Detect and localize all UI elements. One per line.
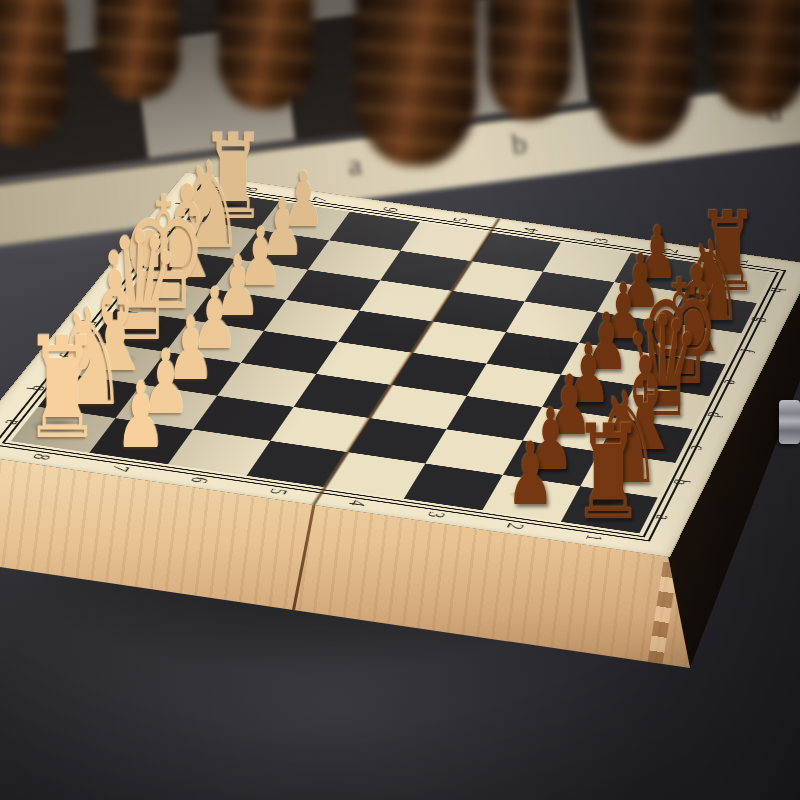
coordinate-number-far: 1 — [728, 255, 752, 266]
fold-seam-front — [291, 502, 316, 616]
coordinate-letter-left: e — [99, 286, 127, 298]
metal-clasp — [779, 400, 800, 444]
coordinate-number-front: 2 — [502, 520, 530, 534]
coordinate-letter-right: d — [703, 409, 729, 422]
background-coordinate-letter: a — [346, 147, 364, 182]
coordinate-letter-right: b — [668, 476, 695, 489]
background-coordinate-letter: b — [510, 126, 529, 162]
background-piece — [355, 0, 477, 166]
product-photo-stage: abcd 8877665544332211hhggffeeddccbbaa ♜♞… — [0, 0, 800, 800]
coordinate-letter-left: f — [123, 255, 151, 267]
coordinate-number-far: 4 — [518, 225, 543, 236]
coordinate-letter-right: c — [686, 442, 712, 455]
coordinate-number-far: 3 — [588, 235, 613, 246]
coordinate-number-far: 2 — [658, 245, 683, 256]
coordinate-number-far: 8 — [237, 184, 263, 195]
coordinate-number-front: 6 — [185, 473, 215, 486]
coordinate-number-far: 6 — [377, 204, 403, 215]
background-piece — [593, 0, 693, 145]
coordinate-number-far: 5 — [447, 214, 472, 225]
coordinate-number-front: 4 — [343, 496, 372, 510]
background-piece — [0, 0, 67, 145]
coordinate-letter-left: d — [74, 317, 103, 329]
background-piece — [218, 0, 313, 110]
background-piece — [487, 0, 572, 120]
coordinate-letter-left: a — [0, 415, 24, 428]
background-piece — [712, 0, 800, 115]
coordinate-letter-right: f — [735, 345, 760, 357]
coordinate-letter-left: h — [170, 198, 197, 209]
coordinate-letter-left: g — [147, 226, 174, 237]
coordinate-letter-right: a — [651, 511, 678, 524]
coordinate-number-front: 3 — [423, 508, 452, 522]
coordinate-number-front: 7 — [106, 462, 136, 475]
coordinate-letter-right: e — [719, 376, 745, 388]
coordinate-number-far: 7 — [307, 194, 333, 205]
coordinate-number-front: 8 — [27, 450, 57, 463]
coordinate-letter-left: c — [48, 349, 77, 361]
coordinate-number-front: 1 — [581, 531, 609, 545]
coordinate-letter-right: g — [751, 314, 776, 326]
background-piece — [95, 0, 180, 100]
coordinate-letter-right: h — [766, 285, 790, 296]
coordinate-number-front: 5 — [264, 485, 293, 499]
coordinate-letter-left: b — [21, 381, 51, 394]
